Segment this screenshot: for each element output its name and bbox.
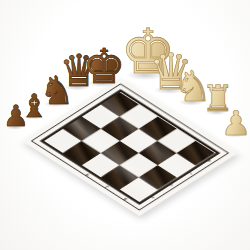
photo-background: 678hgfe ♟♝♞♛♚♚♛♞♜♟ [0, 0, 250, 250]
light-pawn-piece: ♟ [221, 106, 250, 140]
dark-king-piece: ♚ [82, 42, 125, 90]
